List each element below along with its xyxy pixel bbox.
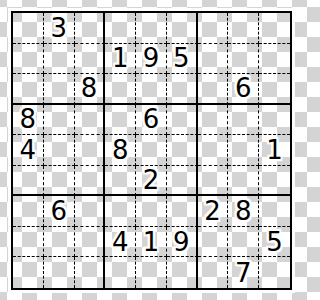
cell-r7c9[interactable] xyxy=(259,196,290,227)
cell-r9c8[interactable]: 7 xyxy=(228,257,259,288)
cell-r5c2[interactable] xyxy=(44,135,75,166)
given-digit: 5 xyxy=(173,45,190,71)
cell-r4c5[interactable]: 6 xyxy=(136,105,167,136)
cell-r3c3[interactable]: 8 xyxy=(75,74,106,105)
cell-r3c1[interactable] xyxy=(13,74,44,105)
cell-r1c8[interactable] xyxy=(228,13,259,44)
cell-r1c3[interactable] xyxy=(75,13,106,44)
sudoku-grid: 31958686481262841957 xyxy=(11,11,292,290)
cell-r7c3[interactable] xyxy=(75,196,106,227)
cell-r5c3[interactable] xyxy=(75,135,106,166)
cell-r3c6[interactable] xyxy=(167,74,198,105)
cell-r8c6[interactable]: 9 xyxy=(167,227,198,258)
given-digit: 6 xyxy=(235,75,252,101)
cell-r8c2[interactable] xyxy=(44,227,75,258)
cell-r5c9[interactable]: 1 xyxy=(259,135,290,166)
cell-r7c6[interactable] xyxy=(167,196,198,227)
cell-r4c3[interactable] xyxy=(75,105,106,136)
cell-r1c4[interactable] xyxy=(105,13,136,44)
cell-r7c7[interactable]: 2 xyxy=(198,196,229,227)
cell-r7c5[interactable] xyxy=(136,196,167,227)
cell-r5c4[interactable]: 8 xyxy=(105,135,136,166)
cell-r8c9[interactable]: 5 xyxy=(259,227,290,258)
cell-r2c9[interactable] xyxy=(259,44,290,75)
cell-r8c1[interactable] xyxy=(13,227,44,258)
cell-r5c6[interactable] xyxy=(167,135,198,166)
given-digit: 9 xyxy=(143,45,160,71)
cell-r2c1[interactable] xyxy=(13,44,44,75)
cell-r2c7[interactable] xyxy=(198,44,229,75)
cell-r9c7[interactable] xyxy=(198,257,229,288)
cell-r1c9[interactable] xyxy=(259,13,290,44)
cell-r1c5[interactable] xyxy=(136,13,167,44)
cell-r4c6[interactable] xyxy=(167,105,198,136)
cell-r2c4[interactable]: 1 xyxy=(105,44,136,75)
cell-r7c1[interactable] xyxy=(13,196,44,227)
cell-r2c6[interactable]: 5 xyxy=(167,44,198,75)
cell-r1c6[interactable] xyxy=(167,13,198,44)
given-digit: 4 xyxy=(112,229,129,255)
cell-r3c5[interactable] xyxy=(136,74,167,105)
cell-r6c4[interactable] xyxy=(105,166,136,197)
cell-r6c2[interactable] xyxy=(44,166,75,197)
given-digit: 1 xyxy=(112,45,129,71)
cell-r6c7[interactable] xyxy=(198,166,229,197)
given-digit: 7 xyxy=(235,260,252,286)
cell-r9c2[interactable] xyxy=(44,257,75,288)
cell-r5c8[interactable] xyxy=(228,135,259,166)
cell-r6c1[interactable] xyxy=(13,166,44,197)
cell-r7c4[interactable] xyxy=(105,196,136,227)
given-digit: 5 xyxy=(266,229,283,255)
cell-r3c4[interactable] xyxy=(105,74,136,105)
cell-r9c4[interactable] xyxy=(105,257,136,288)
cell-r8c8[interactable] xyxy=(228,227,259,258)
cell-r4c8[interactable] xyxy=(228,105,259,136)
given-digit: 1 xyxy=(266,137,283,163)
cell-r3c7[interactable] xyxy=(198,74,229,105)
cell-r1c1[interactable] xyxy=(13,13,44,44)
cell-r2c2[interactable] xyxy=(44,44,75,75)
given-digit: 8 xyxy=(81,75,98,101)
cell-r3c8[interactable]: 6 xyxy=(228,74,259,105)
cell-r9c3[interactable] xyxy=(75,257,106,288)
given-digit: 8 xyxy=(112,137,129,163)
given-digit: 4 xyxy=(20,137,37,163)
cell-r4c4[interactable] xyxy=(105,105,136,136)
given-digit: 2 xyxy=(143,167,160,193)
given-digit: 9 xyxy=(173,229,190,255)
given-digit: 1 xyxy=(143,229,160,255)
cell-r5c1[interactable]: 4 xyxy=(13,135,44,166)
cell-r2c3[interactable] xyxy=(75,44,106,75)
given-digit: 8 xyxy=(20,106,37,132)
given-digit: 6 xyxy=(50,198,67,224)
cell-r6c6[interactable] xyxy=(167,166,198,197)
given-digit: 6 xyxy=(143,106,160,132)
cell-r8c5[interactable]: 1 xyxy=(136,227,167,258)
cell-r6c9[interactable] xyxy=(259,166,290,197)
cell-r9c1[interactable] xyxy=(13,257,44,288)
given-digit: 2 xyxy=(204,198,221,224)
cell-r6c8[interactable] xyxy=(228,166,259,197)
cell-r9c9[interactable] xyxy=(259,257,290,288)
cell-r6c3[interactable] xyxy=(75,166,106,197)
cell-r4c1[interactable]: 8 xyxy=(13,105,44,136)
cell-r8c3[interactable] xyxy=(75,227,106,258)
cell-r6c5[interactable]: 2 xyxy=(136,166,167,197)
cell-r4c2[interactable] xyxy=(44,105,75,136)
cell-r8c7[interactable] xyxy=(198,227,229,258)
given-digit: 8 xyxy=(235,198,252,224)
cell-r4c9[interactable] xyxy=(259,105,290,136)
cell-r5c7[interactable] xyxy=(198,135,229,166)
cell-r9c5[interactable] xyxy=(136,257,167,288)
cell-r8c4[interactable]: 4 xyxy=(105,227,136,258)
cell-r1c2[interactable]: 3 xyxy=(44,13,75,44)
cell-r2c8[interactable] xyxy=(228,44,259,75)
cell-r9c6[interactable] xyxy=(167,257,198,288)
cell-r1c7[interactable] xyxy=(198,13,229,44)
cell-r7c2[interactable]: 6 xyxy=(44,196,75,227)
cell-r4c7[interactable] xyxy=(198,105,229,136)
cell-r5c5[interactable] xyxy=(136,135,167,166)
transparent-checkerboard-background: { "game": "sudoku", "grid_size": 9, "box… xyxy=(0,0,300,300)
cell-r3c9[interactable] xyxy=(259,74,290,105)
cell-r3c2[interactable] xyxy=(44,74,75,105)
cell-r2c5[interactable]: 9 xyxy=(136,44,167,75)
cell-r7c8[interactable]: 8 xyxy=(228,196,259,227)
given-digit: 3 xyxy=(50,15,67,41)
